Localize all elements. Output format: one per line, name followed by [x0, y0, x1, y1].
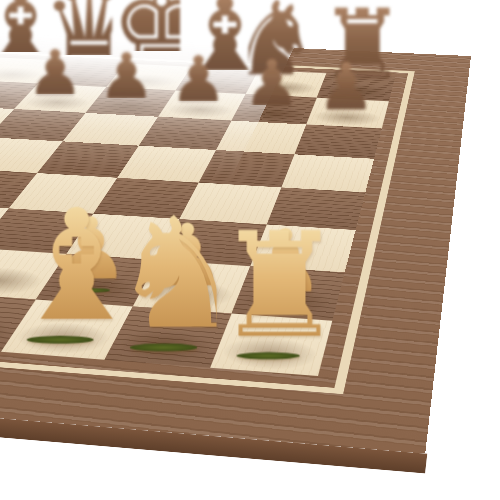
chess-board: ♜♞♝♛♚♝♞♜♟♟♟♟♟♟♟♟♟♟♟♟♟♟♟♟♜♞♝♛♚♝♞♜: [0, 27, 471, 453]
board-front-edge: [0, 363, 427, 474]
black-pawn-e7[interactable]: ♟: [90, 45, 164, 109]
black-pawn-g7[interactable]: ♟: [234, 51, 309, 116]
square-h7[interactable]: ♟: [306, 98, 389, 129]
black-pawn-f7[interactable]: ♟: [161, 48, 235, 112]
square-g1[interactable]: ♞: [105, 307, 232, 368]
square-h5[interactable]: [281, 154, 374, 192]
black-pawn-d7[interactable]: ♟: [19, 41, 92, 104]
black-pawn-h7[interactable]: ♟: [308, 55, 383, 120]
white-knight-g1[interactable]: ♞: [110, 197, 217, 350]
white-rook-h1[interactable]: ♜: [214, 213, 322, 358]
white-bishop-f1[interactable]: ♝: [8, 189, 113, 342]
chessboard-photo: ♜♞♝♛♚♝♞♜♟♟♟♟♟♟♟♟♟♟♟♟♟♟♟♟♜♞♝♛♚♝♞♜: [0, 0, 500, 500]
square-g6[interactable]: [216, 121, 306, 155]
board-grid: ♜♞♝♛♚♝♞♜♟♟♟♟♟♟♟♟♟♟♟♟♟♟♟♟♜♞♝♛♚♝♞♜: [0, 51, 395, 376]
square-h1[interactable]: ♜: [210, 314, 332, 376]
square-g5[interactable]: [199, 150, 295, 187]
square-h6[interactable]: [294, 125, 381, 159]
square-g7[interactable]: ♟: [232, 94, 317, 124]
